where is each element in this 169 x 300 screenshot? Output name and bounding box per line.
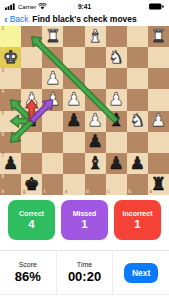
- square-h4[interactable]: 4: [0, 89, 21, 110]
- rank-label: 5: [2, 112, 5, 117]
- white-pawn-piece: ♟: [85, 111, 106, 132]
- rank-label: 6: [2, 133, 5, 138]
- square-e2[interactable]: [63, 47, 84, 68]
- square-a3[interactable]: [148, 68, 169, 89]
- square-c7[interactable]: ♟: [106, 153, 127, 174]
- square-f2[interactable]: [42, 47, 63, 68]
- carrier-label: Carrier: [18, 4, 36, 10]
- black-pawn-piece: ♟: [0, 153, 21, 174]
- square-e4[interactable]: ♟: [63, 89, 84, 110]
- square-c5[interactable]: ♝: [106, 111, 127, 132]
- black-pawn-piece: ♟: [85, 132, 106, 153]
- square-f6[interactable]: [42, 132, 63, 153]
- file-label: c: [107, 190, 110, 195]
- square-a6[interactable]: [148, 132, 169, 153]
- white-pawn-piece: ♟: [148, 111, 169, 132]
- white-pawn-piece: ♟: [42, 89, 63, 110]
- square-f4[interactable]: ♟: [42, 89, 63, 110]
- file-label: e: [65, 190, 68, 195]
- black-bishop-piece: ♝: [106, 111, 127, 132]
- next-section: Next: [112, 251, 169, 294]
- square-g3[interactable]: [21, 68, 42, 89]
- white-king-piece: ♚: [0, 47, 21, 68]
- square-h3[interactable]: 3: [0, 68, 21, 89]
- rank-label: 2: [2, 48, 5, 53]
- black-king-piece: ♚: [21, 174, 42, 195]
- square-c3[interactable]: [106, 68, 127, 89]
- square-h7[interactable]: 7♟: [0, 153, 21, 174]
- bottom-bar: Score 86% Time 00:20 Next: [0, 250, 169, 295]
- clock: 9:41: [78, 3, 91, 10]
- square-h6[interactable]: 6: [0, 132, 21, 153]
- square-c6[interactable]: [106, 132, 127, 153]
- square-a2[interactable]: [148, 47, 169, 68]
- battery-icon: [149, 3, 164, 10]
- white-rook-piece: ♜: [42, 26, 63, 47]
- next-button[interactable]: Next: [124, 263, 158, 283]
- file-label: a: [149, 190, 152, 195]
- square-b8[interactable]: b: [127, 174, 148, 195]
- square-h1[interactable]: 1: [0, 26, 21, 47]
- score-value: 86%: [15, 269, 41, 284]
- square-b2[interactable]: [127, 47, 148, 68]
- square-e8[interactable]: e: [63, 174, 84, 195]
- square-a4[interactable]: [148, 89, 169, 110]
- white-pawn-piece: ♟: [106, 89, 127, 110]
- rank-label: 1: [2, 27, 5, 32]
- square-g5[interactable]: ♛: [21, 111, 42, 132]
- wifi-icon: [38, 3, 47, 10]
- file-label: g: [23, 190, 26, 195]
- incorrect-card: Incorrect 1: [114, 200, 161, 240]
- square-e1[interactable]: [63, 26, 84, 47]
- square-b3[interactable]: [127, 68, 148, 89]
- file-label: f: [44, 190, 46, 195]
- square-f5[interactable]: [42, 111, 63, 132]
- black-pawn-piece: ♟: [106, 153, 127, 174]
- file-label: h: [2, 190, 5, 195]
- white-knight-piece: ♞: [106, 47, 127, 68]
- missed-count: 1: [81, 218, 87, 230]
- square-h2[interactable]: 2♚: [0, 47, 21, 68]
- square-d8[interactable]: d: [85, 174, 106, 195]
- square-b4[interactable]: [127, 89, 148, 110]
- incorrect-label: Incorrect: [123, 210, 153, 217]
- score-section: Score 86%: [0, 251, 56, 294]
- correct-label: Correct: [19, 210, 44, 217]
- square-c2[interactable]: ♞: [106, 47, 127, 68]
- black-rook-piece: ♜: [148, 174, 169, 195]
- file-label: b: [128, 190, 131, 195]
- time-value: 00:20: [68, 269, 101, 284]
- square-g6[interactable]: [21, 132, 42, 153]
- black-queen-piece: ♛: [21, 111, 42, 132]
- page-title: Find black's check moves: [0, 12, 169, 26]
- square-g1[interactable]: [21, 26, 42, 47]
- missed-label: Missed: [73, 210, 97, 217]
- square-g2[interactable]: [21, 47, 42, 68]
- white-rook-piece: ♜: [148, 26, 169, 47]
- square-d7[interactable]: ♝: [85, 153, 106, 174]
- square-h5[interactable]: 5: [0, 111, 21, 132]
- chess-board: 1♜♝♜2♚♞3♟4♟♟♟♟5♛♟♟♝♞♟6♟7♟♝♟♟8hg♚fedcba♜: [0, 26, 169, 195]
- missed-card: Missed 1: [61, 200, 108, 240]
- square-b5[interactable]: ♞: [127, 111, 148, 132]
- square-c1[interactable]: [106, 26, 127, 47]
- time-label: Time: [77, 261, 92, 268]
- square-d2[interactable]: [85, 47, 106, 68]
- white-bishop-piece: ♝: [85, 26, 106, 47]
- black-pawn-piece: ♟: [127, 153, 148, 174]
- square-b1[interactable]: [127, 26, 148, 47]
- black-bishop-piece: ♝: [85, 153, 106, 174]
- square-f3[interactable]: ♟: [42, 68, 63, 89]
- square-a1[interactable]: ♜: [148, 26, 169, 47]
- square-a7[interactable]: [148, 153, 169, 174]
- score-label: Score: [19, 261, 37, 268]
- square-g4[interactable]: ♟: [21, 89, 42, 110]
- square-f1[interactable]: ♜: [42, 26, 63, 47]
- incorrect-count: 1: [134, 218, 140, 230]
- rank-label: 3: [2, 69, 5, 74]
- square-e7[interactable]: [63, 153, 84, 174]
- square-e6[interactable]: [63, 132, 84, 153]
- square-e3[interactable]: [63, 68, 84, 89]
- square-a8[interactable]: a♜: [148, 174, 169, 195]
- square-a5[interactable]: ♟: [148, 111, 169, 132]
- square-f7[interactable]: [42, 153, 63, 174]
- square-g8[interactable]: g♚: [21, 174, 42, 195]
- rank-label: 8: [2, 175, 5, 180]
- rank-label: 4: [2, 90, 5, 95]
- square-e5[interactable]: ♟: [63, 111, 84, 132]
- square-d4[interactable]: [85, 89, 106, 110]
- black-pawn-piece: ♟: [63, 111, 84, 132]
- rank-label: 7: [2, 154, 5, 159]
- correct-card: Correct 4: [8, 200, 55, 240]
- square-g7[interactable]: [21, 153, 42, 174]
- white-pawn-piece: ♟: [21, 89, 42, 110]
- square-d3[interactable]: [85, 68, 106, 89]
- app-screen: Carrier 9:41 ‹ Back Find black's check m…: [0, 0, 169, 300]
- square-c8[interactable]: c: [106, 174, 127, 195]
- chess-board-container: 1♜♝♜2♚♞3♟4♟♟♟♟5♛♟♟♝♞♟6♟7♟♝♟♟8hg♚fedcba♜: [0, 26, 169, 195]
- white-knight-piece: ♞: [127, 111, 148, 132]
- square-b7[interactable]: ♟: [127, 153, 148, 174]
- nav-bar: ‹ Back Find black's check moves: [0, 12, 169, 26]
- time-section: Time 00:20: [56, 251, 113, 294]
- square-h8[interactable]: 8h: [0, 174, 21, 195]
- square-f8[interactable]: f: [42, 174, 63, 195]
- square-d1[interactable]: ♝: [85, 26, 106, 47]
- square-c4[interactable]: ♟: [106, 89, 127, 110]
- signal-strength-icon: [5, 3, 16, 10]
- file-label: d: [86, 190, 89, 195]
- square-d5[interactable]: ♟: [85, 111, 106, 132]
- square-b6[interactable]: [127, 132, 148, 153]
- white-pawn-piece: ♟: [42, 68, 63, 89]
- white-pawn-piece: ♟: [63, 89, 84, 110]
- correct-count: 4: [28, 218, 34, 230]
- square-d6[interactable]: ♟: [85, 132, 106, 153]
- results-summary: Correct 4 Missed 1 Incorrect 1: [8, 200, 161, 240]
